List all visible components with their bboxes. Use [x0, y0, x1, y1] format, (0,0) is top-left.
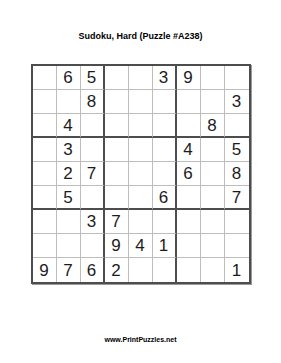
sudoku-cell-r4c3[interactable] — [81, 138, 105, 162]
sudoku-board: 6539834834527685673794197621 — [31, 64, 251, 284]
sudoku-cell-r1c3[interactable]: 5 — [81, 66, 105, 90]
sudoku-cell-r9c7[interactable] — [177, 258, 201, 282]
sudoku-cell-r6c6[interactable]: 6 — [153, 186, 177, 210]
sudoku-cell-r6c7[interactable] — [177, 186, 201, 210]
sudoku-cell-r7c1[interactable] — [33, 210, 57, 234]
sudoku-cell-r4c9[interactable]: 5 — [225, 138, 249, 162]
sudoku-cell-r3c9[interactable] — [225, 114, 249, 138]
sudoku-cell-r2c2[interactable] — [57, 90, 81, 114]
sudoku-cell-r1c7[interactable]: 9 — [177, 66, 201, 90]
sudoku-cell-r9c4[interactable]: 2 — [105, 258, 129, 282]
sudoku-cell-r5c3[interactable]: 7 — [81, 162, 105, 186]
sudoku-cell-r3c1[interactable] — [33, 114, 57, 138]
puzzle-title: Sudoku, Hard (Puzzle #A238) — [0, 31, 281, 41]
sudoku-cell-r2c7[interactable] — [177, 90, 201, 114]
sudoku-cell-r2c3[interactable]: 8 — [81, 90, 105, 114]
sudoku-cell-r1c9[interactable] — [225, 66, 249, 90]
sudoku-cell-r7c2[interactable] — [57, 210, 81, 234]
sudoku-cell-r5c6[interactable] — [153, 162, 177, 186]
sudoku-cell-r1c5[interactable] — [129, 66, 153, 90]
sudoku-cell-r2c8[interactable] — [201, 90, 225, 114]
sudoku-cell-r1c6[interactable]: 3 — [153, 66, 177, 90]
sudoku-cell-r8c1[interactable] — [33, 234, 57, 258]
sudoku-cell-r4c6[interactable] — [153, 138, 177, 162]
sudoku-cell-r4c5[interactable] — [129, 138, 153, 162]
footer-url: www.PrintPuzzles.net — [0, 336, 281, 343]
sudoku-cell-r6c1[interactable] — [33, 186, 57, 210]
sudoku-cell-r7c5[interactable] — [129, 210, 153, 234]
sudoku-cell-r4c2[interactable]: 3 — [57, 138, 81, 162]
sudoku-cell-r7c6[interactable] — [153, 210, 177, 234]
sudoku-cell-r1c1[interactable] — [33, 66, 57, 90]
sudoku-cell-r4c7[interactable]: 4 — [177, 138, 201, 162]
sudoku-cell-r5c8[interactable] — [201, 162, 225, 186]
sudoku-cell-r5c2[interactable]: 2 — [57, 162, 81, 186]
sudoku-cell-r7c7[interactable] — [177, 210, 201, 234]
sudoku-cell-r8c3[interactable] — [81, 234, 105, 258]
sudoku-cell-r5c7[interactable]: 6 — [177, 162, 201, 186]
sudoku-cell-r9c9[interactable]: 1 — [225, 258, 249, 282]
sudoku-cell-r5c9[interactable]: 8 — [225, 162, 249, 186]
sudoku-cell-r4c4[interactable] — [105, 138, 129, 162]
sudoku-cell-r8c7[interactable] — [177, 234, 201, 258]
sudoku-cell-r7c8[interactable] — [201, 210, 225, 234]
sudoku-cell-r3c7[interactable] — [177, 114, 201, 138]
sudoku-cell-r3c3[interactable] — [81, 114, 105, 138]
sudoku-cell-r1c8[interactable] — [201, 66, 225, 90]
sudoku-cell-r6c4[interactable] — [105, 186, 129, 210]
sudoku-cell-r6c5[interactable] — [129, 186, 153, 210]
sudoku-cell-r9c2[interactable]: 7 — [57, 258, 81, 282]
sudoku-cell-r7c4[interactable]: 7 — [105, 210, 129, 234]
sudoku-cell-r8c9[interactable] — [225, 234, 249, 258]
sudoku-cell-r1c2[interactable]: 6 — [57, 66, 81, 90]
sudoku-cell-r2c1[interactable] — [33, 90, 57, 114]
sudoku-cell-r7c9[interactable] — [225, 210, 249, 234]
sudoku-cell-r9c6[interactable] — [153, 258, 177, 282]
sudoku-cell-r8c2[interactable] — [57, 234, 81, 258]
sudoku-cell-r3c4[interactable] — [105, 114, 129, 138]
sudoku-cell-r3c5[interactable] — [129, 114, 153, 138]
sudoku-cell-r6c2[interactable]: 5 — [57, 186, 81, 210]
sudoku-cell-r7c3[interactable]: 3 — [81, 210, 105, 234]
sudoku-cell-r9c5[interactable] — [129, 258, 153, 282]
sudoku-cell-r9c8[interactable] — [201, 258, 225, 282]
sudoku-cell-r6c9[interactable]: 7 — [225, 186, 249, 210]
sudoku-cell-r2c6[interactable] — [153, 90, 177, 114]
sudoku-cell-r1c4[interactable] — [105, 66, 129, 90]
sudoku-cell-r2c9[interactable]: 3 — [225, 90, 249, 114]
sudoku-cell-r2c4[interactable] — [105, 90, 129, 114]
sudoku-cell-r5c5[interactable] — [129, 162, 153, 186]
sudoku-cell-r8c4[interactable]: 9 — [105, 234, 129, 258]
sudoku-cell-r8c6[interactable]: 1 — [153, 234, 177, 258]
sudoku-cell-r2c5[interactable] — [129, 90, 153, 114]
sudoku-cell-r9c1[interactable]: 9 — [33, 258, 57, 282]
sudoku-page: Sudoku, Hard (Puzzle #A238) 653983483452… — [0, 0, 281, 363]
sudoku-cell-r5c1[interactable] — [33, 162, 57, 186]
sudoku-cell-r3c2[interactable]: 4 — [57, 114, 81, 138]
sudoku-cell-r8c8[interactable] — [201, 234, 225, 258]
sudoku-cell-r3c8[interactable]: 8 — [201, 114, 225, 138]
sudoku-cell-r6c8[interactable] — [201, 186, 225, 210]
sudoku-cell-r8c5[interactable]: 4 — [129, 234, 153, 258]
sudoku-cell-r9c3[interactable]: 6 — [81, 258, 105, 282]
sudoku-cell-r6c3[interactable] — [81, 186, 105, 210]
sudoku-cell-r3c6[interactable] — [153, 114, 177, 138]
sudoku-cell-r4c1[interactable] — [33, 138, 57, 162]
sudoku-cell-r4c8[interactable] — [201, 138, 225, 162]
sudoku-cell-r5c4[interactable] — [105, 162, 129, 186]
